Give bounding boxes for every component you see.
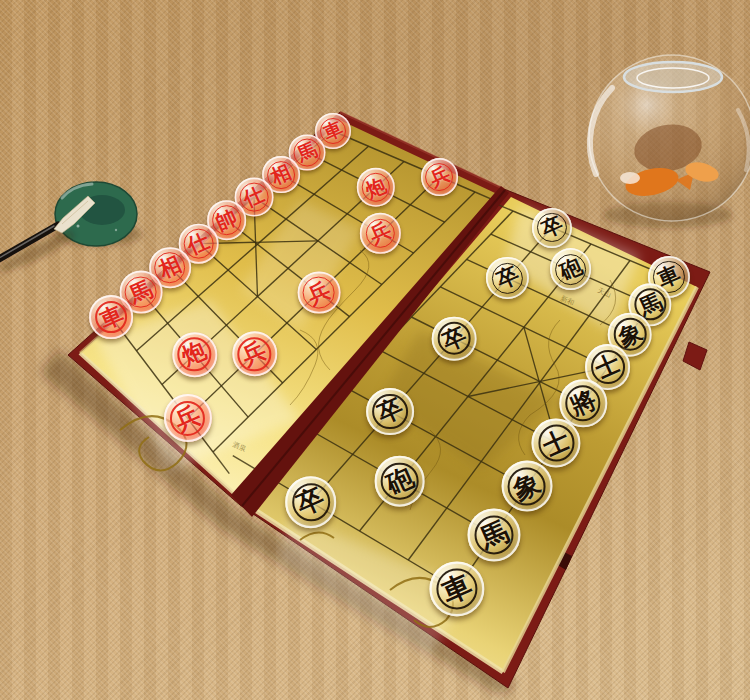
dish-speck bbox=[77, 225, 80, 228]
goldfish-3 bbox=[620, 172, 640, 184]
latch-tab bbox=[683, 342, 707, 370]
dish-speck bbox=[115, 229, 117, 231]
bowl-rim-inner bbox=[637, 68, 709, 88]
scene-graphics: 酒泉哈密新和天山 bbox=[0, 0, 750, 700]
photo-scene: 酒泉哈密新和天山 車馬相仕帥仕相馬車炮炮兵兵兵兵兵車馬象士將士象馬車砲砲卒卒卒卒… bbox=[0, 0, 750, 700]
